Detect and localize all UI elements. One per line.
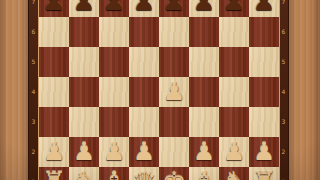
white-pawn-a2[interactable]: ♟: [43, 137, 65, 167]
black-pawn-h7[interactable]: ♟: [253, 0, 275, 17]
rank-label-4-left: 4: [29, 77, 38, 107]
square-e1[interactable]: ♚: [159, 167, 189, 180]
app-background: ♜♞♝♛♚♝♞♜♟♟♟♟♟♟♟♟♟♟♟♟♟♟♟♟♜♞♝♛♚♝♞♜ 8877665…: [0, 0, 320, 180]
rank-label-1-right: 1: [279, 167, 288, 180]
square-h6[interactable]: [249, 17, 279, 47]
square-e5[interactable]: [159, 47, 189, 77]
rank-label-1-left: 1: [29, 167, 38, 180]
rank-label-3-left: 3: [29, 107, 38, 137]
square-b2[interactable]: ♟: [69, 137, 99, 167]
black-pawn-f7[interactable]: ♟: [193, 0, 215, 17]
square-f7[interactable]: ♟: [189, 0, 219, 17]
square-b3[interactable]: [69, 107, 99, 137]
black-pawn-g7[interactable]: ♟: [223, 0, 245, 17]
square-c4[interactable]: [99, 77, 129, 107]
square-g2[interactable]: ♟: [219, 137, 249, 167]
square-a7[interactable]: ♟: [39, 0, 69, 17]
square-d7[interactable]: ♟: [129, 0, 159, 17]
black-pawn-b7[interactable]: ♟: [73, 0, 95, 17]
square-c5[interactable]: [99, 47, 129, 77]
square-a5[interactable]: [39, 47, 69, 77]
square-d2[interactable]: ♟: [129, 137, 159, 167]
square-h2[interactable]: ♟: [249, 137, 279, 167]
square-g1[interactable]: ♞: [219, 167, 249, 180]
white-pawn-c2[interactable]: ♟: [103, 137, 125, 167]
square-g7[interactable]: ♟: [219, 0, 249, 17]
black-pawn-c7[interactable]: ♟: [103, 0, 125, 17]
chessboard: ♜♞♝♛♚♝♞♜♟♟♟♟♟♟♟♟♟♟♟♟♟♟♟♟♜♞♝♛♚♝♞♜: [38, 0, 280, 180]
black-pawn-d7[interactable]: ♟: [133, 0, 155, 17]
white-pawn-g2[interactable]: ♟: [223, 137, 245, 167]
rank-label-7-right: 7: [279, 0, 288, 17]
white-queen-d1[interactable]: ♛: [132, 167, 156, 180]
white-king-e1[interactable]: ♚: [162, 167, 186, 180]
square-b4[interactable]: [69, 77, 99, 107]
white-bishop-c1[interactable]: ♝: [102, 167, 126, 180]
square-d3[interactable]: [129, 107, 159, 137]
rank-label-2-right: 2: [279, 137, 288, 167]
white-rook-h1[interactable]: ♜: [252, 167, 276, 180]
square-g5[interactable]: [219, 47, 249, 77]
square-g6[interactable]: [219, 17, 249, 47]
black-pawn-e7[interactable]: ♟: [163, 0, 185, 17]
square-b7[interactable]: ♟: [69, 0, 99, 17]
square-b1[interactable]: ♞: [69, 167, 99, 180]
square-d4[interactable]: [129, 77, 159, 107]
square-e4[interactable]: ♟: [159, 77, 189, 107]
rank-label-2-left: 2: [29, 137, 38, 167]
white-pawn-e4[interactable]: ♟: [163, 77, 185, 107]
white-knight-b1[interactable]: ♞: [72, 167, 96, 180]
square-f4[interactable]: [189, 77, 219, 107]
white-bishop-f1[interactable]: ♝: [192, 167, 216, 180]
square-h7[interactable]: ♟: [249, 0, 279, 17]
square-f2[interactable]: ♟: [189, 137, 219, 167]
square-a6[interactable]: [39, 17, 69, 47]
white-rook-a1[interactable]: ♜: [42, 167, 66, 180]
square-c2[interactable]: ♟: [99, 137, 129, 167]
white-pawn-f2[interactable]: ♟: [193, 137, 215, 167]
rank-label-6-right: 6: [279, 17, 288, 47]
square-a2[interactable]: ♟: [39, 137, 69, 167]
rank-label-3-right: 3: [279, 107, 288, 137]
white-pawn-h2[interactable]: ♟: [253, 137, 275, 167]
square-c7[interactable]: ♟: [99, 0, 129, 17]
square-a3[interactable]: [39, 107, 69, 137]
square-e7[interactable]: ♟: [159, 0, 189, 17]
square-a1[interactable]: ♜: [39, 167, 69, 180]
square-f6[interactable]: [189, 17, 219, 47]
white-pawn-b2[interactable]: ♟: [73, 137, 95, 167]
square-e6[interactable]: [159, 17, 189, 47]
square-c1[interactable]: ♝: [99, 167, 129, 180]
white-pawn-d2[interactable]: ♟: [133, 137, 155, 167]
square-g4[interactable]: [219, 77, 249, 107]
square-b5[interactable]: [69, 47, 99, 77]
rank-label-7-left: 7: [29, 0, 38, 17]
square-e3[interactable]: [159, 107, 189, 137]
square-a4[interactable]: [39, 77, 69, 107]
square-h4[interactable]: [249, 77, 279, 107]
square-b6[interactable]: [69, 17, 99, 47]
rank-label-5-left: 5: [29, 47, 38, 77]
rank-label-5-right: 5: [279, 47, 288, 77]
square-d1[interactable]: ♛: [129, 167, 159, 180]
square-e2[interactable]: [159, 137, 189, 167]
rank-label-4-right: 4: [279, 77, 288, 107]
square-d5[interactable]: [129, 47, 159, 77]
rank-label-6-left: 6: [29, 17, 38, 47]
square-h3[interactable]: [249, 107, 279, 137]
square-h5[interactable]: [249, 47, 279, 77]
square-f3[interactable]: [189, 107, 219, 137]
white-knight-g1[interactable]: ♞: [222, 167, 246, 180]
square-h1[interactable]: ♜: [249, 167, 279, 180]
black-pawn-a7[interactable]: ♟: [43, 0, 65, 17]
chessboard-frame: ♜♞♝♛♚♝♞♜♟♟♟♟♟♟♟♟♟♟♟♟♟♟♟♟♜♞♝♛♚♝♞♜ 8877665…: [28, 0, 289, 180]
square-g3[interactable]: [219, 107, 249, 137]
square-f1[interactable]: ♝: [189, 167, 219, 180]
square-c3[interactable]: [99, 107, 129, 137]
square-c6[interactable]: [99, 17, 129, 47]
square-f5[interactable]: [189, 47, 219, 77]
square-d6[interactable]: [129, 17, 159, 47]
